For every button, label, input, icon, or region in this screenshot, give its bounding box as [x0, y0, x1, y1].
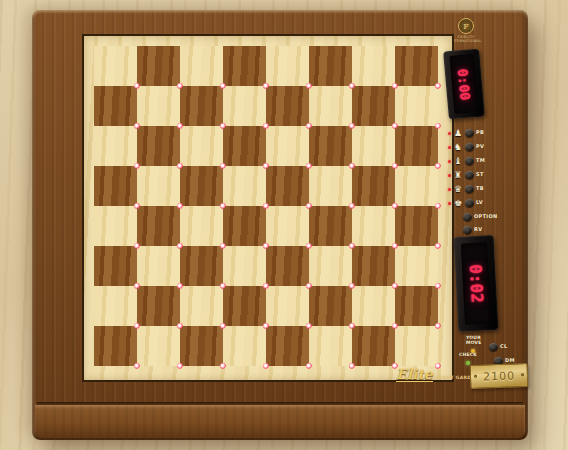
square-corner-led	[220, 163, 226, 169]
pb-label: PB	[476, 130, 484, 136]
square-d5[interactable]	[223, 166, 266, 206]
top-led-window: 0:00	[450, 54, 478, 114]
square-e4[interactable]	[266, 206, 309, 246]
square-corner-led	[435, 203, 441, 209]
square-f1[interactable]	[309, 326, 352, 366]
square-corner-led	[392, 163, 398, 169]
square-corner-led	[435, 363, 441, 369]
square-e3[interactable]	[266, 246, 309, 286]
square-h8[interactable]	[395, 46, 438, 86]
square-d8[interactable]	[223, 46, 266, 86]
top-clock-digits: 0:00	[455, 68, 473, 101]
square-e1[interactable]	[266, 326, 309, 366]
square-corner-led	[263, 83, 269, 89]
piece-key-row-tm: ♝ TM	[448, 155, 528, 167]
square-corner-led	[435, 123, 441, 129]
rook-icon: ♜	[453, 171, 463, 180]
tb-label: TB	[476, 186, 484, 192]
square-corner-led	[306, 163, 312, 169]
pb-button[interactable]	[465, 129, 474, 137]
square-corner-led	[349, 83, 355, 89]
square-corner-led	[349, 323, 355, 329]
square-h2[interactable]	[395, 286, 438, 326]
your-move-label: YOUR MOVE	[466, 335, 482, 345]
square-a2[interactable]	[94, 286, 137, 326]
key-led	[448, 160, 451, 163]
square-f2[interactable]	[309, 286, 352, 326]
square-corner-led	[134, 83, 140, 89]
square-a5[interactable]	[94, 166, 137, 206]
rv-key-row: RV	[448, 224, 543, 236]
square-c7[interactable]	[180, 86, 223, 126]
model-plate: 2100	[470, 363, 529, 389]
square-h5[interactable]	[395, 166, 438, 206]
square-corner-led	[349, 203, 355, 209]
square-corner-led	[392, 123, 398, 129]
elite-brand: Elite	[396, 368, 433, 382]
square-corner-led	[177, 323, 183, 329]
square-d2[interactable]	[223, 286, 266, 326]
square-c3[interactable]	[180, 246, 223, 286]
st-label: ST	[476, 172, 484, 178]
tm-label: TM	[476, 158, 485, 164]
square-g1[interactable]	[352, 326, 395, 366]
square-corner-led	[220, 363, 226, 369]
knight-icon: ♞	[453, 143, 463, 152]
square-f5[interactable]	[309, 166, 352, 206]
square-corner-led	[263, 123, 269, 129]
square-e5[interactable]	[266, 166, 309, 206]
square-corner-led	[177, 243, 183, 249]
frame-front-edge	[35, 405, 525, 438]
queen-icon: ♛	[453, 185, 463, 194]
square-e8[interactable]	[266, 46, 309, 86]
square-corner-led	[392, 363, 398, 369]
square-g3[interactable]	[352, 246, 395, 286]
square-corner-led	[177, 203, 183, 209]
square-corner-led	[392, 323, 398, 329]
desk-surface: { "game": { "name": "chess", "hardware":…	[0, 0, 568, 450]
key-led	[448, 174, 451, 177]
square-g2[interactable]	[352, 286, 395, 326]
square-f4[interactable]	[309, 206, 352, 246]
square-corner-led	[134, 283, 140, 289]
square-corner-led	[349, 123, 355, 129]
square-a6[interactable]	[94, 126, 137, 166]
option-key-row: OPTION	[448, 211, 543, 223]
square-b8[interactable]	[137, 46, 180, 86]
square-corner-led	[220, 283, 226, 289]
square-corner-led	[220, 243, 226, 249]
piece-key-row-pb: ♟ PB	[448, 127, 528, 139]
square-corner-led	[263, 323, 269, 329]
square-h6[interactable]	[395, 126, 438, 166]
square-a3[interactable]	[94, 246, 137, 286]
square-c8[interactable]	[180, 46, 223, 86]
check-label: CHECK	[459, 352, 481, 357]
square-corner-led	[306, 323, 312, 329]
square-corner-led	[306, 123, 312, 129]
tm-button[interactable]	[465, 157, 474, 165]
square-corner-led	[263, 283, 269, 289]
cl-label: CL	[500, 344, 507, 350]
square-e7[interactable]	[266, 86, 309, 126]
square-corner-led	[177, 163, 183, 169]
square-corner-led	[435, 283, 441, 289]
square-d3[interactable]	[223, 246, 266, 286]
option-button[interactable]	[463, 213, 472, 221]
pv-button[interactable]	[465, 143, 474, 151]
fidelity-crest-icon: F	[458, 18, 474, 34]
square-corner-led	[177, 83, 183, 89]
square-f8[interactable]	[309, 46, 352, 86]
square-corner-led	[177, 123, 183, 129]
square-corner-led	[177, 283, 183, 289]
square-a8[interactable]	[94, 46, 137, 86]
st-button[interactable]	[465, 171, 474, 179]
elite-series: AVANT GARDE	[436, 375, 475, 380]
key-led	[448, 188, 451, 191]
square-corner-led	[263, 163, 269, 169]
square-corner-led	[306, 363, 312, 369]
key-led	[448, 132, 451, 135]
square-d4[interactable]	[223, 206, 266, 246]
square-b5[interactable]	[137, 166, 180, 206]
square-corner-led	[349, 363, 355, 369]
square-corner-led	[392, 243, 398, 249]
square-g7[interactable]	[352, 86, 395, 126]
square-corner-led	[220, 83, 226, 89]
square-corner-led	[263, 363, 269, 369]
square-corner-led	[392, 203, 398, 209]
square-f7[interactable]	[309, 86, 352, 126]
square-corner-led	[392, 83, 398, 89]
rv-label: RV	[474, 227, 482, 233]
square-a7[interactable]	[94, 86, 137, 126]
pawn-icon: ♟	[453, 129, 463, 138]
square-corner-led	[134, 123, 140, 129]
square-b2[interactable]	[137, 286, 180, 326]
king-icon: ♚	[453, 199, 463, 208]
square-b3[interactable]	[137, 246, 180, 286]
square-c1[interactable]	[180, 326, 223, 366]
elite-plaque: Elite AVANT GARDE	[396, 368, 475, 382]
lv-button[interactable]	[465, 199, 474, 207]
square-corner-led	[134, 323, 140, 329]
square-corner-led	[306, 243, 312, 249]
square-corner-led	[177, 363, 183, 369]
square-corner-led	[435, 323, 441, 329]
square-c5[interactable]	[180, 166, 223, 206]
square-g5[interactable]	[352, 166, 395, 206]
piece-key-row-lv: ♚ LV	[448, 197, 528, 209]
square-h1[interactable]	[395, 326, 438, 366]
square-corner-led	[349, 283, 355, 289]
square-corner-led	[134, 243, 140, 249]
chess-computer: F FIDELITY INTERNATIONAL 0:00 ♟ PB ♞ PV …	[32, 10, 528, 440]
square-corner-led	[306, 83, 312, 89]
piece-key-row-st: ♜ ST	[448, 169, 528, 181]
square-c4[interactable]	[180, 206, 223, 246]
bottom-led-clock: 0:02	[454, 235, 499, 332]
option-label: OPTION	[474, 214, 497, 220]
bishop-icon: ♝	[453, 157, 463, 166]
square-h3[interactable]	[395, 246, 438, 286]
square-b1[interactable]	[137, 326, 180, 366]
square-b4[interactable]	[137, 206, 180, 246]
bottom-clock-digits: 0:02	[466, 264, 487, 303]
model-number: 2100	[483, 369, 515, 383]
tb-button[interactable]	[465, 185, 474, 193]
square-corner-led	[349, 163, 355, 169]
square-h4[interactable]	[395, 206, 438, 246]
square-corner-led	[134, 203, 140, 209]
chess-board	[94, 46, 438, 366]
square-g6[interactable]	[352, 126, 395, 166]
square-e2[interactable]	[266, 286, 309, 326]
cl-key-row: CL	[489, 341, 519, 353]
piece-key-row-pv: ♞ PV	[448, 141, 528, 153]
square-h7[interactable]	[395, 86, 438, 126]
rv-button[interactable]	[463, 226, 472, 234]
square-b7[interactable]	[137, 86, 180, 126]
top-led-clock: 0:00	[443, 49, 485, 120]
square-g8[interactable]	[352, 46, 395, 86]
square-corner-led	[435, 83, 441, 89]
square-corner-led	[220, 203, 226, 209]
piece-key-row-tb: ♛ TB	[448, 183, 528, 195]
square-a4[interactable]	[94, 206, 137, 246]
square-corner-led	[220, 123, 226, 129]
bottom-led-window: 0:02	[461, 242, 491, 325]
square-corner-led	[263, 243, 269, 249]
square-d7[interactable]	[223, 86, 266, 126]
square-a1[interactable]	[94, 326, 137, 366]
key-led	[448, 202, 451, 205]
square-e6[interactable]	[266, 126, 309, 166]
square-f6[interactable]	[309, 126, 352, 166]
lv-label: LV	[476, 200, 483, 206]
key-led	[448, 146, 451, 149]
square-corner-led	[263, 203, 269, 209]
square-corner-led	[349, 243, 355, 249]
square-corner-led	[392, 283, 398, 289]
square-corner-led	[435, 163, 441, 169]
square-corner-led	[220, 323, 226, 329]
cl-button[interactable]	[489, 343, 498, 351]
square-c6[interactable]	[180, 126, 223, 166]
square-corner-led	[435, 243, 441, 249]
square-d1[interactable]	[223, 326, 266, 366]
square-d6[interactable]	[223, 126, 266, 166]
square-corner-led	[134, 163, 140, 169]
square-corner-led	[306, 203, 312, 209]
square-f3[interactable]	[309, 246, 352, 286]
square-g4[interactable]	[352, 206, 395, 246]
pv-label: PV	[476, 144, 484, 150]
square-corner-led	[306, 283, 312, 289]
square-b6[interactable]	[137, 126, 180, 166]
square-c2[interactable]	[180, 286, 223, 326]
square-corner-led	[134, 363, 140, 369]
